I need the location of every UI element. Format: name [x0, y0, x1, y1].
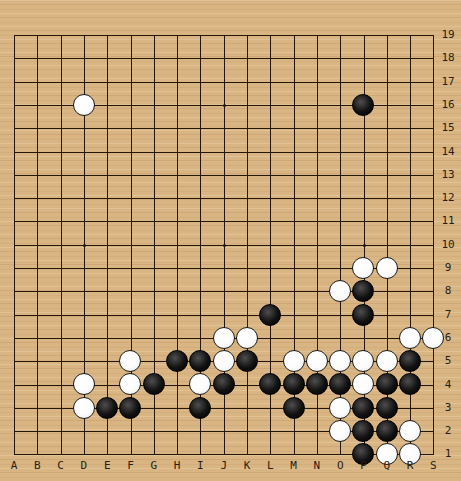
col-label-S: S — [423, 460, 443, 472]
row-label-17: 17 — [436, 75, 460, 89]
white-stone-P5 — [352, 350, 374, 372]
black-stone-Q4 — [376, 373, 398, 395]
white-stone-R2 — [399, 420, 421, 442]
white-stone-P9 — [352, 257, 374, 279]
black-stone-P8 — [352, 280, 374, 302]
white-stone-K6 — [236, 327, 258, 349]
black-stone-P2 — [352, 420, 374, 442]
row-label-18: 18 — [436, 51, 460, 65]
row-label-11: 11 — [436, 214, 460, 228]
black-stone-Q2 — [376, 420, 398, 442]
row-label-19: 19 — [436, 28, 460, 42]
row-label-4: 4 — [436, 378, 460, 392]
black-stone-L4 — [259, 373, 281, 395]
col-label-Q: Q — [377, 460, 397, 472]
black-stone-K5 — [236, 350, 258, 372]
row-label-15: 15 — [436, 121, 460, 135]
go-board: ABCDEFGHIJKLMNOPQRS 19181716151413121110… — [0, 0, 461, 481]
row-label-5: 5 — [436, 354, 460, 368]
row-label-12: 12 — [436, 191, 460, 205]
row-label-9: 9 — [436, 261, 460, 275]
row-label-10: 10 — [436, 238, 460, 252]
black-stone-O4 — [329, 373, 351, 395]
white-stone-F4 — [119, 373, 141, 395]
col-label-N: N — [307, 460, 327, 472]
white-stone-J6 — [213, 327, 235, 349]
col-label-K: K — [237, 460, 257, 472]
white-stone-O8 — [329, 280, 351, 302]
black-stone-Q3 — [376, 397, 398, 419]
col-label-R: R — [400, 460, 420, 472]
board-grid[interactable] — [2, 23, 445, 466]
black-stone-M4 — [283, 373, 305, 395]
white-stone-D4 — [73, 373, 95, 395]
row-label-2: 2 — [436, 424, 460, 438]
col-label-I: I — [190, 460, 210, 472]
white-stone-Q5 — [376, 350, 398, 372]
black-stone-G4 — [143, 373, 165, 395]
white-stone-N5 — [306, 350, 328, 372]
white-stone-O3 — [329, 397, 351, 419]
col-label-F: F — [121, 460, 141, 472]
white-stone-J5 — [213, 350, 235, 372]
col-label-J: J — [214, 460, 234, 472]
col-label-L: L — [260, 460, 280, 472]
white-stone-D16 — [73, 94, 95, 116]
black-stone-R5 — [399, 350, 421, 372]
white-stone-M5 — [283, 350, 305, 372]
col-label-A: A — [4, 460, 24, 472]
white-stone-O5 — [329, 350, 351, 372]
black-stone-L7 — [259, 304, 281, 326]
black-stone-N4 — [306, 373, 328, 395]
black-stone-F3 — [119, 397, 141, 419]
white-stone-I4 — [189, 373, 211, 395]
black-stone-E3 — [96, 397, 118, 419]
col-label-E: E — [97, 460, 117, 472]
black-stone-P16 — [352, 94, 374, 116]
col-label-M: M — [284, 460, 304, 472]
col-label-O: O — [330, 460, 350, 472]
white-stone-P4 — [352, 373, 374, 395]
row-label-8: 8 — [436, 284, 460, 298]
white-stone-F5 — [119, 350, 141, 372]
col-label-H: H — [167, 460, 187, 472]
col-label-P: P — [354, 460, 374, 472]
col-label-C: C — [51, 460, 71, 472]
col-label-G: G — [144, 460, 164, 472]
row-label-13: 13 — [436, 168, 460, 182]
row-label-16: 16 — [436, 98, 460, 112]
black-stone-M3 — [283, 397, 305, 419]
black-stone-P3 — [352, 397, 374, 419]
black-stone-P7 — [352, 304, 374, 326]
black-stone-R4 — [399, 373, 421, 395]
white-stone-R6 — [399, 327, 421, 349]
row-label-7: 7 — [436, 308, 460, 322]
row-label-14: 14 — [436, 145, 460, 159]
white-stone-O2 — [329, 420, 351, 442]
black-stone-I3 — [189, 397, 211, 419]
row-label-6: 6 — [436, 331, 460, 345]
row-label-3: 3 — [436, 401, 460, 415]
col-label-B: B — [27, 460, 47, 472]
black-stone-I5 — [189, 350, 211, 372]
black-stone-J4 — [213, 373, 235, 395]
white-stone-Q9 — [376, 257, 398, 279]
white-stone-D3 — [73, 397, 95, 419]
black-stone-H5 — [166, 350, 188, 372]
col-label-D: D — [74, 460, 94, 472]
row-label-1: 1 — [436, 447, 460, 461]
